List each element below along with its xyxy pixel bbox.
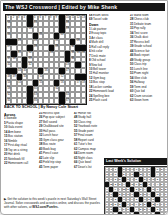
clue-number: 56 — [61, 81, 64, 84]
clue: 67Dean's list — [74, 166, 105, 170]
clue: 45Term paper — [39, 166, 70, 170]
clue-number: 28 — [34, 45, 37, 48]
clue-number: 22 — [61, 33, 64, 36]
clue-number: 46 — [45, 69, 48, 72]
puzzle-grid[interactable]: 1234567891011121314151617181920212223242… — [5, 14, 87, 105]
across-clue-list-continued: 68Exam week69Tassel side — [89, 14, 126, 22]
clue-number: 34 — [71, 51, 74, 54]
clue-number: 62 — [7, 93, 10, 96]
clue-number: 16 — [66, 21, 69, 24]
clue-number: 67 — [66, 99, 69, 102]
clue-number: 40 — [71, 57, 74, 60]
clue-number: 3 — [18, 16, 19, 19]
clue-number: 66 — [34, 99, 37, 102]
clue-number: 47 — [66, 69, 69, 72]
clue-number: 29 — [55, 45, 58, 48]
clue-number: 14 — [7, 21, 10, 24]
clue-number: 4 — [23, 16, 24, 19]
clue-number: 63 — [34, 93, 37, 96]
clue-number: 9 — [55, 16, 56, 19]
clue-number: 44 — [18, 69, 21, 72]
clue-number: 20 — [7, 33, 10, 36]
clue-number: 65 — [7, 99, 10, 102]
clue-number: 38 — [13, 57, 16, 60]
clue-number: 42 — [29, 63, 32, 66]
crossword-page: The WSJ Crossword | Edited by Mike Shenk… — [0, 0, 168, 215]
clue-number: 27 — [7, 45, 10, 48]
clue-number: 58 — [82, 81, 85, 84]
clue-number: 19 — [66, 27, 69, 30]
clue-number: 48 — [7, 75, 10, 78]
page-title: The WSJ Crossword | Edited by Mike Shenk — [3, 3, 165, 11]
clue-number: 57 — [77, 81, 80, 84]
clue-number: 12 — [77, 16, 80, 19]
clue-number: 33 — [50, 51, 53, 54]
clue: 22Homeroom call — [4, 162, 35, 166]
clue: 63Gown hem — [130, 99, 167, 103]
clue-number: 52 — [61, 75, 64, 78]
last-week-solution-grid: ACTSCHOLARPEARHOEARMITALEOPENTADSTREAMME… — [104, 166, 168, 215]
clue: 69Tassel side — [89, 18, 126, 22]
clue-number: 15 — [34, 21, 37, 24]
clue-number: 2 — [13, 16, 14, 19]
clue-number: 21 — [39, 33, 42, 36]
right-clues-section: 68Exam week69Tassel side Down 1Lab partn… — [89, 14, 167, 156]
clue-number: 23 — [18, 39, 21, 42]
clue-number: 6 — [39, 16, 40, 19]
clue-number: 49 — [13, 75, 16, 78]
clue-number: 35 — [77, 51, 80, 54]
clue-number: 31 — [18, 51, 21, 54]
solution-footnote: ▶ Get the solution to this week's puzzle… — [4, 198, 103, 210]
clue-number: 8 — [50, 16, 51, 19]
down-clue-list: 1Lab partner2Essay topic3Art class4Math … — [89, 14, 167, 104]
clue-number: 41 — [7, 63, 10, 66]
clue-number: 54 — [18, 81, 21, 84]
clue-number: 61 — [55, 87, 58, 90]
clue-number: 50 — [23, 75, 26, 78]
clue-number: 11 — [71, 16, 74, 19]
clue-number: 64 — [66, 93, 69, 96]
clue-number: 25 — [55, 39, 58, 42]
clue-number: 13 — [82, 16, 85, 19]
solution-cell: A — [164, 212, 168, 215]
clue-number: 32 — [29, 51, 32, 54]
clue: 25Flash card — [89, 99, 126, 103]
clue-number: 43 — [66, 63, 69, 66]
grid-cell[interactable] — [81, 98, 86, 104]
clue-number: 45 — [23, 69, 26, 72]
clue-number: 7 — [45, 16, 46, 19]
clue-number: 51 — [39, 75, 42, 78]
clue-number: 60 — [34, 87, 37, 90]
last-week-solution-header: Last Week's Solution — [104, 158, 167, 165]
clue-number: 10 — [66, 16, 69, 19]
clue-number: 36 — [82, 51, 85, 54]
clue-number: 18 — [29, 27, 32, 30]
clue-number: 59 — [7, 87, 10, 90]
clue-number: 53 — [7, 81, 10, 84]
clue-number: 26 — [77, 39, 80, 42]
clue-number: 39 — [29, 57, 32, 60]
clue-number: 55 — [39, 81, 42, 84]
clue-number: 37 — [7, 57, 10, 60]
footnote-link[interactable]: WSJ.com/Puzzles. — [32, 205, 58, 209]
clue-number: 1 — [7, 16, 8, 19]
clue-number: 17 — [7, 27, 10, 30]
clue-number: 5 — [34, 16, 35, 19]
clue-number: 30 — [71, 45, 74, 48]
clue-number: 24 — [34, 39, 37, 42]
